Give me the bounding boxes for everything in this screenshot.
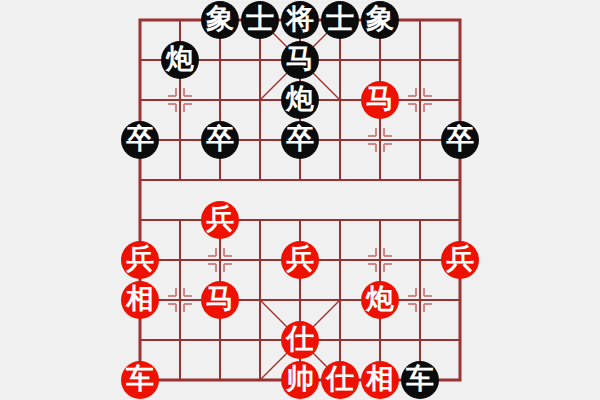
xiangqi-screenshot: 象士将士象炮马炮马卒卒卒卒兵兵兵兵相马炮仕车帅仕相车 — [0, 0, 600, 400]
piece-glyph: 车 — [126, 365, 154, 393]
piece-glyph: 卒 — [126, 125, 154, 153]
piece-glyph: 炮 — [366, 285, 394, 313]
piece-glyph: 将 — [286, 5, 314, 33]
piece-black-advisor[interactable]: 士 — [321, 1, 359, 39]
piece-glyph: 相 — [366, 365, 394, 393]
piece-glyph: 兵 — [286, 245, 314, 273]
piece-glyph: 仕 — [326, 365, 354, 393]
piece-glyph: 相 — [126, 285, 154, 313]
piece-black-soldier[interactable]: 卒 — [441, 121, 479, 159]
piece-red-soldier[interactable]: 兵 — [281, 241, 319, 279]
piece-red-general[interactable]: 帅 — [281, 361, 319, 399]
piece-glyph: 马 — [286, 45, 314, 73]
piece-glyph: 卒 — [286, 125, 314, 153]
piece-glyph: 兵 — [126, 245, 154, 273]
piece-glyph: 仕 — [286, 325, 314, 353]
piece-layer: 象士将士象炮马炮马卒卒卒卒兵兵兵兵相马炮仕车帅仕相车 — [120, 0, 480, 400]
piece-red-horse[interactable]: 马 — [361, 81, 399, 119]
piece-glyph: 炮 — [286, 85, 314, 113]
piece-black-horse[interactable]: 马 — [281, 41, 319, 79]
piece-red-elephant[interactable]: 相 — [361, 361, 399, 399]
piece-black-elephant[interactable]: 象 — [201, 1, 239, 39]
piece-glyph: 士 — [326, 5, 354, 33]
piece-black-soldier[interactable]: 卒 — [121, 121, 159, 159]
piece-glyph: 马 — [366, 85, 394, 113]
piece-glyph: 卒 — [446, 125, 474, 153]
piece-red-advisor[interactable]: 仕 — [281, 321, 319, 359]
piece-glyph: 兵 — [446, 245, 474, 273]
piece-glyph: 车 — [406, 365, 434, 393]
piece-black-elephant[interactable]: 象 — [361, 1, 399, 39]
piece-red-cannon[interactable]: 炮 — [361, 281, 399, 319]
piece-glyph: 象 — [366, 5, 394, 33]
piece-red-advisor[interactable]: 仕 — [321, 361, 359, 399]
piece-glyph: 卒 — [206, 125, 234, 153]
piece-red-elephant[interactable]: 相 — [121, 281, 159, 319]
piece-black-general[interactable]: 将 — [281, 1, 319, 39]
piece-black-soldier[interactable]: 卒 — [201, 121, 239, 159]
piece-glyph: 帅 — [286, 365, 314, 393]
piece-red-soldier[interactable]: 兵 — [201, 201, 239, 239]
piece-glyph: 士 — [246, 5, 274, 33]
piece-glyph: 兵 — [206, 205, 234, 233]
piece-black-cannon[interactable]: 炮 — [281, 81, 319, 119]
piece-red-soldier[interactable]: 兵 — [441, 241, 479, 279]
piece-black-advisor[interactable]: 士 — [241, 1, 279, 39]
piece-glyph: 炮 — [166, 45, 194, 73]
piece-red-soldier[interactable]: 兵 — [121, 241, 159, 279]
piece-red-chariot[interactable]: 车 — [121, 361, 159, 399]
xiangqi-board: 象士将士象炮马炮马卒卒卒卒兵兵兵兵相马炮仕车帅仕相车 — [120, 0, 480, 400]
piece-glyph: 象 — [206, 5, 234, 33]
piece-glyph: 马 — [206, 285, 234, 313]
piece-black-cannon[interactable]: 炮 — [161, 41, 199, 79]
piece-red-horse[interactable]: 马 — [201, 281, 239, 319]
piece-black-chariot[interactable]: 车 — [401, 361, 439, 399]
piece-black-soldier[interactable]: 卒 — [281, 121, 319, 159]
